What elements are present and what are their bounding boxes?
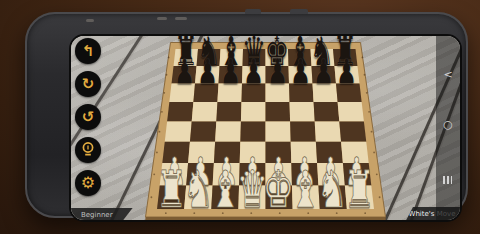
frame-dot: [366, 92, 368, 94]
frame-dot: [368, 111, 370, 113]
volume-button: [245, 9, 261, 14]
piece-black-pawn-c7[interactable]: ♟: [219, 54, 242, 88]
piece-black-pawn-g7[interactable]: ♟: [312, 54, 335, 88]
frame-dot: [161, 111, 163, 113]
piece-black-pawn-e7[interactable]: ♟: [266, 54, 289, 88]
piece-black-pawn-a7[interactable]: ♟: [173, 54, 196, 88]
redo-circle-icon: ↻: [75, 71, 101, 97]
rotate-board-button[interactable]: ↺: [75, 104, 101, 130]
phone-body: ♜♞♝♛♚♝♞♜♟♟♟♟♟♟♟♟♟♟♟♟♟♟♟♟♜♞♝♛♚♝♞♜ ↰↻↺ ⚙ B…: [25, 12, 468, 218]
bezel-notch: [157, 17, 167, 20]
piece-black-pawn-b7[interactable]: ♟: [196, 54, 219, 88]
power-button: [290, 9, 308, 14]
square-h5[interactable]: [338, 102, 364, 121]
square-a5[interactable]: [167, 102, 193, 121]
piece-white-rook-h1[interactable]: ♜: [342, 165, 377, 216]
frame-dot: [364, 74, 366, 76]
square-d4[interactable]: [240, 122, 265, 142]
frame-dot: [168, 57, 170, 59]
square-c4[interactable]: [215, 122, 241, 142]
settings-button[interactable]: ⚙: [75, 170, 101, 196]
square-f4[interactable]: [290, 122, 316, 142]
square-g5[interactable]: [314, 102, 340, 121]
piece-black-pawn-f7[interactable]: ♟: [289, 54, 312, 88]
screenshot-stage: ♜♞♝♛♚♝♞♜♟♟♟♟♟♟♟♟♟♟♟♟♟♟♟♟♜♞♝♛♚♝♞♜ ↰↻↺ ⚙ B…: [0, 0, 480, 234]
square-f5[interactable]: [290, 102, 315, 121]
square-b4[interactable]: [190, 122, 216, 142]
square-g4[interactable]: [315, 122, 341, 142]
difficulty-label: Beginner: [81, 211, 113, 219]
nav-recents-button[interactable]: [443, 176, 452, 184]
undo-button[interactable]: ↰: [75, 38, 101, 64]
hint-button[interactable]: [75, 137, 101, 163]
frame-dot: [150, 196, 152, 198]
difficulty-badge[interactable]: Beginner: [71, 208, 133, 221]
app-screen: ♜♞♝♛♚♝♞♜♟♟♟♟♟♟♟♟♟♟♟♟♟♟♟♟♜♞♝♛♚♝♞♜ ↰↻↺ ⚙ B…: [71, 36, 460, 220]
frame-dot: [166, 74, 168, 76]
square-b5[interactable]: [192, 102, 218, 121]
bezel-notch: [175, 17, 187, 20]
rotate-ccw-icon: ↺: [75, 104, 101, 130]
piece-black-pawn-h7[interactable]: ♟: [335, 54, 358, 88]
frame-dot: [371, 131, 373, 133]
frame-dot: [373, 152, 375, 154]
nav-back-button[interactable]: <: [436, 68, 460, 81]
frame-dot: [159, 131, 161, 133]
frame-dot: [163, 92, 165, 94]
bezel-notch: [86, 19, 94, 22]
frame-dot: [361, 57, 363, 59]
square-c5[interactable]: [216, 102, 241, 121]
square-d5[interactable]: [241, 102, 266, 121]
square-h4[interactable]: [339, 122, 366, 142]
piece-black-pawn-d7[interactable]: ♟: [242, 54, 265, 88]
frame-dot: [379, 196, 381, 198]
square-e4[interactable]: [266, 122, 291, 142]
undo-arrow-icon: ↰: [75, 38, 101, 64]
gear-icon: ⚙: [75, 170, 101, 196]
nav-home-button[interactable]: ○: [436, 118, 460, 131]
turn-side-label: White's: [409, 210, 435, 218]
redo-button[interactable]: ↻: [75, 71, 101, 97]
android-nav-bar: <○: [436, 36, 460, 220]
lightbulb-icon: [75, 137, 101, 163]
square-a4[interactable]: [165, 122, 192, 142]
frame-dot: [156, 152, 158, 154]
square-e5[interactable]: [266, 102, 291, 121]
